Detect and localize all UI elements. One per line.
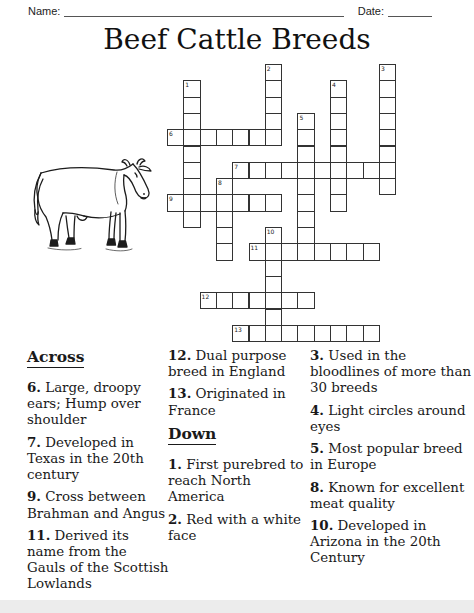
grid-cell[interactable] bbox=[216, 227, 233, 244]
across-clue-9: 9. Cross between Brahman and Angus bbox=[27, 488, 169, 521]
grid-cell[interactable] bbox=[330, 113, 347, 130]
grid-cell[interactable] bbox=[379, 113, 396, 130]
grid-cell[interactable]: 13 bbox=[232, 325, 249, 342]
grid-cell[interactable]: 5 bbox=[297, 113, 314, 130]
grid-cell[interactable] bbox=[265, 80, 282, 97]
clue-number: 13. bbox=[168, 385, 191, 401]
down-clue-4: 4. Light circles around eyes bbox=[310, 402, 472, 435]
grid-cell[interactable] bbox=[330, 146, 347, 163]
grid-cell[interactable] bbox=[330, 129, 347, 146]
grid-cell[interactable]: 9 bbox=[167, 194, 184, 211]
grid-cell[interactable] bbox=[297, 162, 314, 179]
grid-cell[interactable] bbox=[281, 292, 298, 309]
grid-cell[interactable]: 3 bbox=[379, 64, 396, 81]
across-clue-12: 12. Dual purpose breed in England bbox=[168, 347, 306, 380]
grid-cell[interactable]: 4 bbox=[330, 80, 347, 97]
cell-number-label: 2 bbox=[267, 65, 271, 72]
grid-cell[interactable] bbox=[314, 162, 331, 179]
grid-cell[interactable]: 11 bbox=[249, 243, 266, 260]
grid-cell[interactable] bbox=[330, 243, 347, 260]
cell-number-label: 13 bbox=[234, 326, 242, 333]
grid-cell[interactable] bbox=[330, 194, 347, 211]
down-clue-8: 8. Known for excellent meat quality bbox=[310, 479, 472, 512]
grid-cell[interactable] bbox=[183, 162, 200, 179]
grid-cell[interactable] bbox=[363, 325, 380, 342]
across-clue-11: 11. Derived its name from the Gauls of t… bbox=[27, 527, 169, 593]
grid-cell[interactable] bbox=[265, 292, 282, 309]
grid-cell[interactable] bbox=[297, 211, 314, 228]
grid-cell[interactable] bbox=[249, 162, 266, 179]
grid-cell[interactable]: 8 bbox=[216, 178, 233, 195]
across-clue-13: 13. Originated in France bbox=[168, 385, 306, 418]
grid-cell[interactable] bbox=[281, 325, 298, 342]
grid-cell[interactable] bbox=[379, 162, 396, 179]
grid-cell[interactable] bbox=[379, 146, 396, 163]
grid-cell[interactable] bbox=[314, 325, 331, 342]
grid-cell[interactable] bbox=[183, 146, 200, 163]
grid-cell[interactable] bbox=[379, 129, 396, 146]
grid-cell[interactable] bbox=[249, 292, 266, 309]
grid-cell[interactable] bbox=[281, 243, 298, 260]
clue-number: 6. bbox=[27, 379, 41, 395]
clue-number: 2. bbox=[168, 511, 182, 527]
clue-number: 9. bbox=[27, 488, 41, 504]
grid-cell[interactable]: 7 bbox=[232, 162, 249, 179]
down-clue-1: 1. First purebred to reach North America bbox=[168, 456, 306, 506]
grid-cell[interactable] bbox=[330, 178, 347, 195]
cell-number-label: 9 bbox=[169, 195, 173, 202]
grid-cell[interactable] bbox=[265, 194, 282, 211]
grid-cell[interactable] bbox=[265, 276, 282, 293]
grid-cell[interactable] bbox=[265, 309, 282, 326]
grid-cell[interactable] bbox=[265, 113, 282, 130]
cell-number-label: 12 bbox=[202, 293, 210, 300]
grid-cell[interactable] bbox=[265, 129, 282, 146]
clue-number: 11. bbox=[27, 527, 50, 543]
clue-column-3: 3. Used in the bloodlines of more than 3… bbox=[310, 347, 472, 572]
grid-cell[interactable] bbox=[216, 292, 233, 309]
grid-cell[interactable]: 10 bbox=[265, 227, 282, 244]
grid-cell[interactable] bbox=[265, 243, 282, 260]
clue-number: 3. bbox=[310, 347, 324, 363]
cell-number-label: 6 bbox=[169, 130, 173, 137]
cell-number-label: 5 bbox=[299, 114, 303, 121]
grid-cell[interactable] bbox=[249, 129, 266, 146]
cell-number-label: 3 bbox=[381, 65, 385, 72]
grid-cell[interactable] bbox=[183, 97, 200, 114]
grid-cell[interactable] bbox=[314, 243, 331, 260]
grid-cell[interactable] bbox=[297, 129, 314, 146]
grid-cell[interactable] bbox=[330, 162, 347, 179]
clue-number: 4. bbox=[310, 402, 324, 418]
grid-cell[interactable] bbox=[183, 194, 200, 211]
grid-cell[interactable] bbox=[265, 325, 282, 342]
grid-cell[interactable] bbox=[265, 162, 282, 179]
grid-cell[interactable] bbox=[346, 325, 363, 342]
grid-cell[interactable] bbox=[330, 325, 347, 342]
clue-column-2: 12. Dual purpose breed in England13. Ori… bbox=[168, 347, 306, 549]
grid-cell[interactable] bbox=[379, 80, 396, 97]
grid-cell[interactable] bbox=[297, 325, 314, 342]
clue-number: 5. bbox=[310, 440, 324, 456]
cell-number-label: 11 bbox=[251, 244, 259, 251]
grid-cell[interactable] bbox=[297, 292, 314, 309]
grid-cell[interactable] bbox=[379, 97, 396, 114]
grid-cell[interactable] bbox=[297, 227, 314, 244]
down-clue-3: 3. Used in the bloodlines of more than 3… bbox=[310, 347, 472, 397]
down-clue-2: 2. Red with a white face bbox=[168, 511, 306, 544]
clue-column-1: Across6. Large, droopy ears; Hump over s… bbox=[27, 347, 169, 598]
down-clue-5: 5. Most popular breed in Europe bbox=[310, 440, 472, 473]
grid-cell[interactable] bbox=[363, 162, 380, 179]
cell-number-label: 10 bbox=[267, 228, 275, 235]
down-clue-10: 10. Developed in Arizona in the 20th Cen… bbox=[310, 517, 472, 567]
grid-cell[interactable] bbox=[265, 260, 282, 277]
grid-cell[interactable] bbox=[216, 129, 233, 146]
grid-cell[interactable] bbox=[297, 146, 314, 163]
grid-cell[interactable] bbox=[297, 178, 314, 195]
cell-number-label: 4 bbox=[332, 81, 336, 88]
across-clue-6: 6. Large, droopy ears; Hump over shoulde… bbox=[27, 379, 169, 429]
grid-cell[interactable] bbox=[232, 129, 249, 146]
grid-cell[interactable] bbox=[232, 194, 249, 211]
grid-cell[interactable]: 12 bbox=[200, 292, 217, 309]
grid-cell[interactable] bbox=[249, 325, 266, 342]
grid-cell[interactable] bbox=[216, 211, 233, 228]
clue-number: 8. bbox=[310, 479, 324, 495]
grid-cell[interactable] bbox=[330, 97, 347, 114]
clue-number: 12. bbox=[168, 347, 191, 363]
grid-cell[interactable] bbox=[297, 243, 314, 260]
grid-cell[interactable] bbox=[249, 194, 266, 211]
grid-cell[interactable] bbox=[265, 97, 282, 114]
cell-number-label: 1 bbox=[185, 81, 189, 88]
down-header: Down bbox=[168, 424, 216, 445]
grid-cell[interactable]: 2 bbox=[265, 64, 282, 81]
grid-cell[interactable]: 1 bbox=[183, 80, 200, 97]
grid-cell[interactable] bbox=[216, 194, 233, 211]
cell-number-label: 8 bbox=[218, 179, 222, 186]
grid-cell[interactable] bbox=[281, 162, 298, 179]
grid-cell[interactable] bbox=[216, 243, 233, 260]
across-header: Across bbox=[27, 347, 84, 368]
footer-strip bbox=[0, 600, 474, 613]
grid-cell[interactable] bbox=[379, 178, 396, 195]
grid-cell[interactable] bbox=[232, 292, 249, 309]
grid-cell[interactable] bbox=[363, 243, 380, 260]
grid-cell[interactable] bbox=[346, 162, 363, 179]
grid-cell[interactable] bbox=[183, 113, 200, 130]
grid-cell[interactable]: 6 bbox=[167, 129, 184, 146]
clue-number: 7. bbox=[27, 434, 41, 450]
grid-cell[interactable] bbox=[183, 129, 200, 146]
across-clue-7: 7. Developed in Texas in the 20th centur… bbox=[27, 434, 169, 484]
grid-cell[interactable] bbox=[346, 243, 363, 260]
clue-number: 10. bbox=[310, 517, 333, 533]
grid-cell[interactable] bbox=[183, 211, 200, 228]
grid-cell[interactable] bbox=[183, 178, 200, 195]
cell-number-label: 7 bbox=[234, 163, 238, 170]
grid-cell[interactable] bbox=[200, 194, 217, 211]
clue-number: 1. bbox=[168, 456, 182, 472]
grid-cell[interactable] bbox=[297, 194, 314, 211]
grid-cell[interactable] bbox=[200, 129, 217, 146]
